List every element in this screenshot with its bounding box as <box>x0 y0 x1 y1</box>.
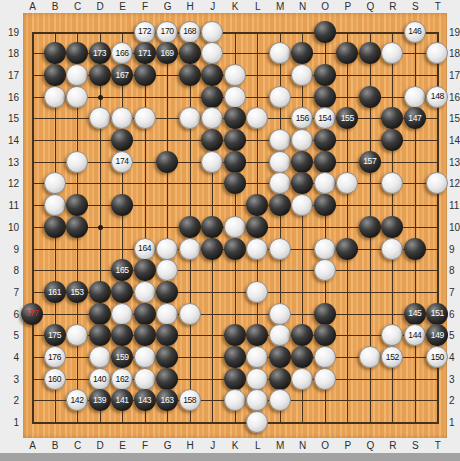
move-number-label: 145 <box>408 309 421 318</box>
go-stone-black[interactable] <box>314 129 336 151</box>
row-label-left: 13 <box>2 157 19 168</box>
go-stone-black[interactable] <box>404 238 426 260</box>
column-label-bottom: P <box>340 440 355 451</box>
go-stone-black[interactable] <box>314 303 336 325</box>
go-stone-white[interactable] <box>314 368 336 390</box>
go-stone-white[interactable] <box>314 346 336 368</box>
go-stone-black[interactable] <box>179 64 201 86</box>
column-label-bottom: T <box>430 440 445 451</box>
move-number-label: 158 <box>183 396 196 405</box>
row-label-right: 7 <box>449 287 460 298</box>
go-stone-black[interactable]: 157 <box>359 151 381 173</box>
go-stone-white[interactable] <box>269 129 291 151</box>
go-stone-black[interactable] <box>314 86 336 108</box>
go-stone-black[interactable]: 153 <box>66 281 88 303</box>
column-label-bottom: O <box>318 440 333 451</box>
column-label-bottom: L <box>250 440 265 451</box>
move-number-label: 156 <box>296 114 309 123</box>
move-number-label: 141 <box>116 396 129 405</box>
move-number-label: 168 <box>183 27 196 36</box>
go-stone-black[interactable] <box>89 64 111 86</box>
column-label-bottom: K <box>228 440 243 451</box>
go-stone-black[interactable]: 173 <box>89 42 111 64</box>
move-number-label: 150 <box>431 353 444 362</box>
go-stone-black[interactable] <box>66 216 88 238</box>
column-label-bottom: Q <box>363 440 378 451</box>
column-label-bottom: E <box>115 440 130 451</box>
row-label-left: 9 <box>2 244 19 255</box>
go-stone-black[interactable] <box>224 172 246 194</box>
go-stone-black[interactable] <box>359 42 381 64</box>
move-number-label: 176 <box>48 353 61 362</box>
go-stone-white[interactable]: 168 <box>179 21 201 43</box>
move-number-label: 175 <box>48 331 61 340</box>
go-stone-white[interactable] <box>269 303 291 325</box>
go-stone-black[interactable] <box>134 324 156 346</box>
row-label-left: 6 <box>2 309 19 320</box>
row-label-right: 13 <box>449 157 460 168</box>
row-label-right: 11 <box>449 200 460 211</box>
go-stone-black[interactable] <box>314 151 336 173</box>
go-stone-black[interactable] <box>269 194 291 216</box>
go-stone-white[interactable] <box>381 238 403 260</box>
go-stone-black[interactable] <box>224 238 246 260</box>
row-label-right: 6 <box>449 309 460 320</box>
go-stone-white[interactable] <box>179 238 201 260</box>
row-label-left: 15 <box>2 113 19 124</box>
row-label-left: 17 <box>2 70 19 81</box>
go-stone-white[interactable] <box>66 151 88 173</box>
row-label-right: 14 <box>449 135 460 146</box>
row-label-right: 4 <box>449 352 460 363</box>
go-stone-black[interactable]: 171 <box>134 42 156 64</box>
go-stone-black[interactable] <box>111 129 133 151</box>
row-label-left: 14 <box>2 135 19 146</box>
go-stone-black[interactable]: 145 <box>404 303 426 325</box>
go-stone-black[interactable]: 177 <box>21 303 43 325</box>
go-stone-white[interactable] <box>269 151 291 173</box>
row-label-left: 12 <box>2 178 19 189</box>
move-number-label: 154 <box>318 114 331 123</box>
move-number-label: 161 <box>48 288 61 297</box>
go-stone-black[interactable] <box>314 64 336 86</box>
go-stone-white[interactable] <box>269 324 291 346</box>
go-stone-black[interactable]: 143 <box>134 389 156 411</box>
column-label-top: J <box>205 1 220 12</box>
go-stone-black[interactable]: 147 <box>404 107 426 129</box>
move-number-label: 162 <box>116 375 129 384</box>
column-label-top: F <box>138 1 153 12</box>
go-stone-black[interactable] <box>89 303 111 325</box>
column-label-bottom: H <box>183 440 198 451</box>
go-stone-white[interactable] <box>246 281 268 303</box>
go-stone-black[interactable] <box>224 346 246 368</box>
row-label-right: 19 <box>449 27 460 38</box>
go-stone-black[interactable] <box>269 346 291 368</box>
move-number-label: 143 <box>138 396 151 405</box>
go-stone-black[interactable] <box>201 86 223 108</box>
move-number-label: 151 <box>431 309 444 318</box>
move-number-label: 155 <box>341 114 354 123</box>
move-number-label: 148 <box>431 92 444 101</box>
go-stone-black[interactable] <box>179 216 201 238</box>
row-label-right: 18 <box>449 48 460 59</box>
go-stone-white[interactable] <box>269 238 291 260</box>
go-stone-black[interactable] <box>89 281 111 303</box>
row-label-left: 11 <box>2 200 19 211</box>
move-number-label: 157 <box>363 157 376 166</box>
column-label-top: S <box>408 1 423 12</box>
move-number-label: 163 <box>161 396 174 405</box>
go-stone-white[interactable] <box>44 172 66 194</box>
go-stone-white[interactable] <box>179 107 201 129</box>
grid-line-horizontal <box>32 270 439 271</box>
column-label-top: C <box>70 1 85 12</box>
row-label-right: 17 <box>449 70 460 81</box>
go-stone-black[interactable] <box>246 216 268 238</box>
go-stone-black[interactable] <box>224 368 246 390</box>
go-stone-white[interactable]: 176 <box>44 346 66 368</box>
go-stone-black[interactable] <box>134 259 156 281</box>
row-label-right: 1 <box>449 417 460 428</box>
row-label-left: 16 <box>2 92 19 103</box>
move-number-label: 173 <box>93 49 106 58</box>
go-stone-black[interactable] <box>89 324 111 346</box>
window-bottom-edge <box>0 453 460 461</box>
column-label-top: A <box>25 1 40 12</box>
column-label-top: N <box>295 1 310 12</box>
row-label-right: 9 <box>449 244 460 255</box>
go-stone-black[interactable] <box>224 151 246 173</box>
go-stone-black[interactable]: 161 <box>44 281 66 303</box>
move-number-label: 159 <box>116 353 129 362</box>
column-label-bottom: M <box>273 440 288 451</box>
move-number-label: 164 <box>138 244 151 253</box>
go-stone-white[interactable] <box>156 238 178 260</box>
go-stone-white[interactable] <box>246 368 268 390</box>
row-label-right: 16 <box>449 92 460 103</box>
column-label-top: T <box>430 1 445 12</box>
move-number-label: 139 <box>93 396 106 405</box>
go-stone-black[interactable] <box>156 151 178 173</box>
star-point <box>98 95 103 100</box>
go-stone-black[interactable] <box>111 281 133 303</box>
move-number-label: 153 <box>71 288 84 297</box>
go-stone-white[interactable]: 146 <box>404 21 426 43</box>
go-stone-white[interactable] <box>44 194 66 216</box>
go-stone-black[interactable]: 139 <box>89 389 111 411</box>
row-label-left: 18 <box>2 48 19 59</box>
column-label-top: P <box>340 1 355 12</box>
go-stone-white[interactable] <box>291 368 313 390</box>
go-stone-black[interactable] <box>44 64 66 86</box>
column-label-bottom: F <box>138 440 153 451</box>
go-stone-white[interactable]: 154 <box>314 107 336 129</box>
column-label-bottom: S <box>408 440 423 451</box>
row-label-left: 2 <box>2 395 19 406</box>
go-stone-white[interactable] <box>134 346 156 368</box>
go-stone-white[interactable] <box>314 259 336 281</box>
go-stone-white[interactable]: 148 <box>426 86 448 108</box>
row-label-left: 1 <box>2 417 19 428</box>
go-stone-black[interactable]: 159 <box>111 346 133 368</box>
go-stone-black[interactable] <box>269 368 291 390</box>
go-stone-white[interactable] <box>134 281 156 303</box>
go-stone-white[interactable] <box>44 86 66 108</box>
go-stone-white[interactable] <box>89 107 111 129</box>
go-stone-white[interactable] <box>291 64 313 86</box>
move-number-label: 174 <box>116 157 129 166</box>
go-stone-black[interactable] <box>359 86 381 108</box>
go-stone-white[interactable]: 170 <box>156 21 178 43</box>
column-label-bottom: G <box>160 440 175 451</box>
column-label-bottom: J <box>205 440 220 451</box>
go-stone-black[interactable] <box>156 346 178 368</box>
move-number-label: 170 <box>161 27 174 36</box>
go-stone-black[interactable] <box>201 129 223 151</box>
go-stone-black[interactable] <box>134 303 156 325</box>
go-stone-black[interactable] <box>359 216 381 238</box>
column-label-top: L <box>250 1 265 12</box>
move-number-label: 160 <box>48 375 61 384</box>
go-stone-white[interactable]: 162 <box>111 368 133 390</box>
move-number-label: 167 <box>116 71 129 80</box>
grid-line-horizontal <box>32 205 439 206</box>
go-stone-white[interactable] <box>224 216 246 238</box>
go-stone-white[interactable] <box>111 303 133 325</box>
go-stone-white[interactable] <box>269 42 291 64</box>
go-stone-black[interactable] <box>314 21 336 43</box>
go-stone-black[interactable]: 151 <box>426 303 448 325</box>
move-number-label: 165 <box>116 266 129 275</box>
go-stone-white[interactable] <box>224 389 246 411</box>
grid-line-vertical <box>32 32 34 425</box>
go-stone-black[interactable] <box>156 368 178 390</box>
go-stone-white[interactable] <box>134 368 156 390</box>
go-stone-black[interactable] <box>201 64 223 86</box>
go-stone-white[interactable] <box>66 86 88 108</box>
row-label-right: 10 <box>449 222 460 233</box>
row-label-left: 19 <box>2 27 19 38</box>
go-stone-white[interactable] <box>66 64 88 86</box>
row-label-right: 15 <box>449 113 460 124</box>
go-stone-black[interactable] <box>291 151 313 173</box>
column-label-bottom: A <box>25 440 40 451</box>
row-label-right: 8 <box>449 265 460 276</box>
go-stone-black[interactable] <box>66 194 88 216</box>
row-label-right: 5 <box>449 330 460 341</box>
go-stone-black[interactable]: 167 <box>111 64 133 86</box>
column-label-top: O <box>318 1 333 12</box>
go-stone-black[interactable] <box>336 238 358 260</box>
go-stone-white[interactable] <box>246 238 268 260</box>
go-stone-white[interactable] <box>314 238 336 260</box>
go-stone-black[interactable] <box>224 107 246 129</box>
row-label-left: 5 <box>2 330 19 341</box>
go-stone-black[interactable] <box>44 42 66 64</box>
column-label-bottom: R <box>385 440 400 451</box>
go-stone-white[interactable]: 140 <box>89 368 111 390</box>
go-stone-white[interactable] <box>404 86 426 108</box>
go-stone-white[interactable] <box>269 172 291 194</box>
column-label-top: R <box>385 1 400 12</box>
go-stone-black[interactable] <box>201 216 223 238</box>
go-board-window: AABBCCDDEEFFGGHHJJKKLLMMNNOOPPQQRRSSTT19… <box>0 0 460 461</box>
row-label-right: 12 <box>449 178 460 189</box>
go-stone-black[interactable] <box>224 129 246 151</box>
move-number-label: 172 <box>138 27 151 36</box>
grid-line-vertical <box>347 32 348 425</box>
row-label-left: 7 <box>2 287 19 298</box>
move-number-label: 149 <box>431 331 444 340</box>
last-move-number-label: 177 <box>26 309 39 318</box>
column-label-bottom: C <box>70 440 85 451</box>
move-number-label: 147 <box>408 114 421 123</box>
go-stone-white[interactable] <box>359 346 381 368</box>
go-stone-white[interactable]: 160 <box>44 368 66 390</box>
row-label-right: 2 <box>449 395 460 406</box>
row-label-right: 3 <box>449 374 460 385</box>
row-label-left: 4 <box>2 352 19 363</box>
go-stone-white[interactable] <box>156 303 178 325</box>
column-label-bottom: N <box>295 440 310 451</box>
go-stone-black[interactable]: 175 <box>44 324 66 346</box>
column-label-top: K <box>228 1 243 12</box>
go-stone-black[interactable] <box>224 324 246 346</box>
go-stone-black[interactable] <box>381 216 403 238</box>
move-number-label: 152 <box>386 353 399 362</box>
column-label-top: M <box>273 1 288 12</box>
move-number-label: 144 <box>408 331 421 340</box>
move-number-label: 146 <box>408 27 421 36</box>
move-number-label: 142 <box>71 396 84 405</box>
go-stone-black[interactable] <box>44 216 66 238</box>
go-stone-black[interactable] <box>201 238 223 260</box>
row-label-left: 3 <box>2 374 19 385</box>
row-label-left: 10 <box>2 222 19 233</box>
go-stone-black[interactable] <box>314 194 336 216</box>
go-stone-white[interactable] <box>179 303 201 325</box>
go-stone-white[interactable]: 158 <box>179 389 201 411</box>
go-stone-black[interactable] <box>179 42 201 64</box>
go-stone-white[interactable]: 174 <box>111 151 133 173</box>
grid-line-horizontal <box>32 32 439 34</box>
move-number-label: 171 <box>138 49 151 58</box>
go-stone-black[interactable] <box>156 281 178 303</box>
column-label-top: G <box>160 1 175 12</box>
move-number-label: 166 <box>116 49 129 58</box>
column-label-top: H <box>183 1 198 12</box>
go-stone-white[interactable] <box>224 64 246 86</box>
column-label-top: E <box>115 1 130 12</box>
go-stone-white[interactable]: 172 <box>134 21 156 43</box>
go-stone-white[interactable] <box>201 21 223 43</box>
go-stone-white[interactable] <box>224 86 246 108</box>
row-label-left: 8 <box>2 265 19 276</box>
column-label-top: Q <box>363 1 378 12</box>
star-point <box>98 225 103 230</box>
column-label-top: B <box>48 1 63 12</box>
go-stone-white[interactable] <box>269 86 291 108</box>
grid-line-horizontal <box>32 422 439 424</box>
go-stone-black[interactable] <box>314 324 336 346</box>
move-number-label: 140 <box>93 375 106 384</box>
go-stone-white[interactable] <box>201 151 223 173</box>
column-label-bottom: D <box>93 440 108 451</box>
go-stone-white[interactable]: 164 <box>134 238 156 260</box>
go-stone-white[interactable] <box>134 107 156 129</box>
move-number-label: 169 <box>161 49 174 58</box>
column-label-bottom: B <box>48 440 63 451</box>
column-label-top: D <box>93 1 108 12</box>
go-stone-black[interactable] <box>134 64 156 86</box>
go-stone-white[interactable] <box>89 346 111 368</box>
